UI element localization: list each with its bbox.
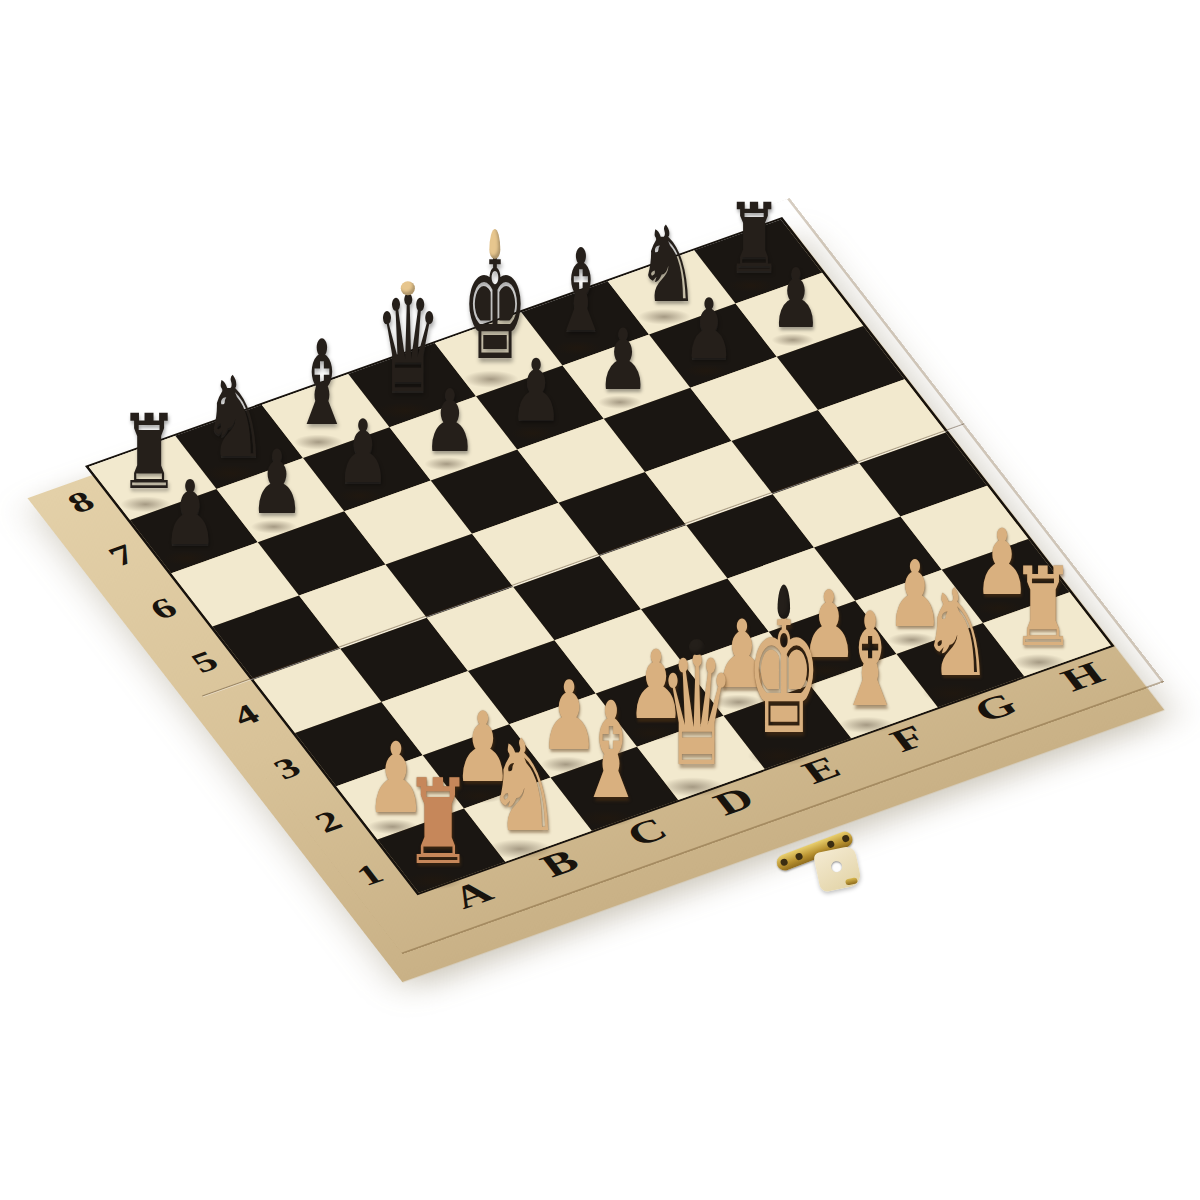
- latch-hasp: [813, 845, 862, 893]
- latch-hole: [830, 860, 843, 873]
- king-tip-finial: [489, 229, 500, 259]
- queen-ball-finial: [401, 281, 415, 295]
- latch-hook: [845, 877, 858, 885]
- chess-set-photo: 8 7 6 5 4 3 2 1 A B C D E F G H: [0, 0, 1200, 1200]
- playing-area: [85, 217, 1115, 895]
- chess-board: 8 7 6 5 4 3 2 1 A B C D E F G H: [28, 198, 1165, 954]
